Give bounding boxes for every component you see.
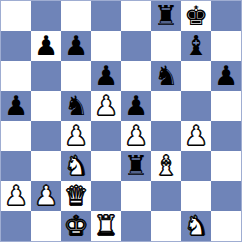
white-rook-icon: ♜	[94, 211, 118, 241]
square-h8[interactable]	[211, 1, 241, 31]
black-rook-icon: ♜	[124, 151, 148, 181]
black-knight-icon: ♞	[154, 61, 178, 91]
square-e3[interactable]: ♜	[121, 151, 151, 181]
square-b4[interactable]	[31, 121, 61, 151]
square-h6[interactable]: ♟	[211, 61, 241, 91]
black-pawn-icon: ♟	[34, 31, 58, 61]
square-e8[interactable]	[121, 1, 151, 31]
square-d4[interactable]	[91, 121, 121, 151]
white-queen-icon: ♛	[64, 181, 88, 211]
square-f1[interactable]	[151, 211, 181, 241]
square-d1[interactable]: ♜	[91, 211, 121, 241]
chess-board: ♜ ♚ ♟ ♟ ♝ ♟ ♞ ♟ ♟ ♞ ♟ ♟ ♟ ♟ ♟ ♞ ♜ ♝ ♟ ♟ …	[0, 0, 242, 242]
square-e2[interactable]	[121, 181, 151, 211]
square-h7[interactable]	[211, 31, 241, 61]
square-e4[interactable]: ♟	[121, 121, 151, 151]
square-h4[interactable]	[211, 121, 241, 151]
square-f8[interactable]: ♜	[151, 1, 181, 31]
square-h2[interactable]	[211, 181, 241, 211]
square-g6[interactable]	[181, 61, 211, 91]
square-c6[interactable]	[61, 61, 91, 91]
square-d5[interactable]: ♟	[91, 91, 121, 121]
square-d8[interactable]	[91, 1, 121, 31]
square-a7[interactable]	[1, 31, 31, 61]
white-pawn-icon: ♟	[94, 91, 118, 121]
square-b7[interactable]: ♟	[31, 31, 61, 61]
square-g3[interactable]	[181, 151, 211, 181]
square-a8[interactable]	[1, 1, 31, 31]
square-e5[interactable]: ♟	[121, 91, 151, 121]
square-g8[interactable]: ♚	[181, 1, 211, 31]
square-b1[interactable]	[31, 211, 61, 241]
square-c4[interactable]: ♟	[61, 121, 91, 151]
square-a4[interactable]	[1, 121, 31, 151]
white-pawn-icon: ♟	[34, 181, 58, 211]
square-a1[interactable]	[1, 211, 31, 241]
square-f7[interactable]	[151, 31, 181, 61]
square-b8[interactable]	[31, 1, 61, 31]
black-knight-icon: ♞	[64, 91, 88, 121]
square-b5[interactable]	[31, 91, 61, 121]
black-bishop-icon: ♝	[184, 31, 208, 61]
square-c2[interactable]: ♛	[61, 181, 91, 211]
square-h1[interactable]	[211, 211, 241, 241]
white-knight-icon: ♞	[64, 151, 88, 181]
square-g4[interactable]: ♟	[181, 121, 211, 151]
square-e7[interactable]	[121, 31, 151, 61]
white-pawn-icon: ♟	[184, 121, 208, 151]
white-pawn-icon: ♟	[64, 121, 88, 151]
white-pawn-icon: ♟	[124, 121, 148, 151]
square-c5[interactable]: ♞	[61, 91, 91, 121]
square-d2[interactable]	[91, 181, 121, 211]
square-c1[interactable]: ♚	[61, 211, 91, 241]
square-f3[interactable]: ♝	[151, 151, 181, 181]
square-g5[interactable]	[181, 91, 211, 121]
square-d6[interactable]: ♟	[91, 61, 121, 91]
square-b6[interactable]	[31, 61, 61, 91]
square-b2[interactable]: ♟	[31, 181, 61, 211]
square-f2[interactable]	[151, 181, 181, 211]
square-e1[interactable]	[121, 211, 151, 241]
black-pawn-icon: ♟	[4, 91, 28, 121]
square-f4[interactable]	[151, 121, 181, 151]
square-c3[interactable]: ♞	[61, 151, 91, 181]
white-bishop-icon: ♝	[154, 151, 178, 181]
square-a6[interactable]	[1, 61, 31, 91]
black-rook-icon: ♜	[154, 1, 178, 31]
square-d7[interactable]	[91, 31, 121, 61]
white-knight-icon: ♞	[184, 211, 208, 241]
square-g7[interactable]: ♝	[181, 31, 211, 61]
square-h3[interactable]	[211, 151, 241, 181]
square-b3[interactable]	[31, 151, 61, 181]
black-pawn-icon: ♟	[94, 61, 118, 91]
square-f6[interactable]: ♞	[151, 61, 181, 91]
square-e6[interactable]	[121, 61, 151, 91]
black-pawn-icon: ♟	[124, 91, 148, 121]
square-g1[interactable]: ♞	[181, 211, 211, 241]
square-a2[interactable]: ♟	[1, 181, 31, 211]
square-c7[interactable]: ♟	[61, 31, 91, 61]
square-c8[interactable]	[61, 1, 91, 31]
black-king-icon: ♚	[184, 1, 208, 31]
white-pawn-icon: ♟	[4, 181, 28, 211]
square-a5[interactable]: ♟	[1, 91, 31, 121]
square-a3[interactable]	[1, 151, 31, 181]
square-g2[interactable]	[181, 181, 211, 211]
black-pawn-icon: ♟	[214, 61, 238, 91]
white-king-icon: ♚	[64, 211, 88, 241]
square-d3[interactable]	[91, 151, 121, 181]
square-h5[interactable]	[211, 91, 241, 121]
black-pawn-icon: ♟	[64, 31, 88, 61]
square-f5[interactable]	[151, 91, 181, 121]
